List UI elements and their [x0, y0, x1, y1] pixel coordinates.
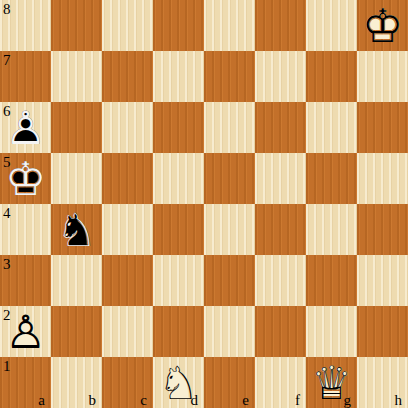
square-g6[interactable]: [306, 102, 357, 153]
square-h4[interactable]: [357, 204, 408, 255]
square-c7[interactable]: [102, 51, 153, 102]
square-h1[interactable]: h: [357, 357, 408, 408]
rank-label-7: 7: [3, 52, 11, 69]
square-d2[interactable]: [153, 306, 204, 357]
piece-white-knight[interactable]: ♞♘: [153, 357, 204, 408]
white-queen-outline-glyph: ♕: [306, 357, 357, 408]
square-d6[interactable]: [153, 102, 204, 153]
square-d5[interactable]: [153, 153, 204, 204]
black-knight-solid-glyph: ♞: [51, 204, 102, 255]
square-d3[interactable]: [153, 255, 204, 306]
square-h7[interactable]: [357, 51, 408, 102]
square-g1[interactable]: ♛♕g: [306, 357, 357, 408]
white-pawn-outline-glyph: ♙: [0, 306, 51, 357]
square-e4[interactable]: [204, 204, 255, 255]
black-knight-outline-glyph: ♘: [51, 204, 102, 255]
square-h6[interactable]: [357, 102, 408, 153]
file-label-b: b: [89, 392, 97, 408]
square-f4[interactable]: [255, 204, 306, 255]
square-b5[interactable]: [51, 153, 102, 204]
square-h8[interactable]: ♚♔: [357, 0, 408, 51]
square-a5[interactable]: ♚♔5: [0, 153, 51, 204]
white-knight-solid-glyph: ♞: [153, 357, 204, 408]
white-knight-outline-glyph: ♘: [153, 357, 204, 408]
rank-label-1: 1: [3, 358, 11, 375]
chess-board: 8♚♔7♟♙6♚♔54♞♘3♟♙21abc♞♘def♛♕gh: [0, 0, 408, 408]
square-d8[interactable]: [153, 0, 204, 51]
square-a4[interactable]: 4: [0, 204, 51, 255]
square-g5[interactable]: [306, 153, 357, 204]
square-g4[interactable]: [306, 204, 357, 255]
file-label-a: a: [38, 392, 45, 408]
rank-label-4: 4: [3, 205, 11, 222]
white-king-solid-glyph: ♚: [357, 0, 408, 51]
square-e2[interactable]: [204, 306, 255, 357]
square-b1[interactable]: b: [51, 357, 102, 408]
square-f6[interactable]: [255, 102, 306, 153]
black-pawn-outline-glyph: ♙: [0, 102, 51, 153]
square-f5[interactable]: [255, 153, 306, 204]
square-e5[interactable]: [204, 153, 255, 204]
piece-black-knight[interactable]: ♞♘: [51, 204, 102, 255]
square-h2[interactable]: [357, 306, 408, 357]
rank-label-3: 3: [3, 256, 11, 273]
square-f2[interactable]: [255, 306, 306, 357]
square-f8[interactable]: [255, 0, 306, 51]
white-king-outline-glyph: ♔: [357, 0, 408, 51]
rank-label-8: 8: [3, 1, 11, 18]
square-e7[interactable]: [204, 51, 255, 102]
square-h3[interactable]: [357, 255, 408, 306]
piece-black-pawn[interactable]: ♟♙: [0, 102, 51, 153]
square-g7[interactable]: [306, 51, 357, 102]
square-b8[interactable]: [51, 0, 102, 51]
square-g2[interactable]: [306, 306, 357, 357]
square-b2[interactable]: [51, 306, 102, 357]
square-c6[interactable]: [102, 102, 153, 153]
black-king-solid-glyph: ♚: [0, 153, 51, 204]
square-a8[interactable]: 8: [0, 0, 51, 51]
square-g8[interactable]: [306, 0, 357, 51]
file-label-c: c: [140, 392, 147, 408]
piece-white-king[interactable]: ♚♔: [357, 0, 408, 51]
square-e3[interactable]: [204, 255, 255, 306]
square-c1[interactable]: c: [102, 357, 153, 408]
square-f7[interactable]: [255, 51, 306, 102]
square-h5[interactable]: [357, 153, 408, 204]
square-d1[interactable]: ♞♘d: [153, 357, 204, 408]
square-b6[interactable]: [51, 102, 102, 153]
square-c5[interactable]: [102, 153, 153, 204]
square-a1[interactable]: 1a: [0, 357, 51, 408]
piece-black-king[interactable]: ♚♔: [0, 153, 51, 204]
black-pawn-solid-glyph: ♟: [0, 102, 51, 153]
square-c3[interactable]: [102, 255, 153, 306]
square-d7[interactable]: [153, 51, 204, 102]
file-label-f: f: [295, 392, 300, 408]
square-c4[interactable]: [102, 204, 153, 255]
square-d4[interactable]: [153, 204, 204, 255]
square-a2[interactable]: ♟♙2: [0, 306, 51, 357]
square-f3[interactable]: [255, 255, 306, 306]
square-a7[interactable]: 7: [0, 51, 51, 102]
white-pawn-solid-glyph: ♟: [0, 306, 51, 357]
square-b3[interactable]: [51, 255, 102, 306]
square-c2[interactable]: [102, 306, 153, 357]
piece-white-pawn[interactable]: ♟♙: [0, 306, 51, 357]
square-a6[interactable]: ♟♙6: [0, 102, 51, 153]
white-queen-solid-glyph: ♛: [306, 357, 357, 408]
square-b4[interactable]: ♞♘: [51, 204, 102, 255]
black-king-outline-glyph: ♔: [0, 153, 51, 204]
square-a3[interactable]: 3: [0, 255, 51, 306]
square-b7[interactable]: [51, 51, 102, 102]
square-e1[interactable]: e: [204, 357, 255, 408]
square-g3[interactable]: [306, 255, 357, 306]
square-e8[interactable]: [204, 0, 255, 51]
square-e6[interactable]: [204, 102, 255, 153]
square-c8[interactable]: [102, 0, 153, 51]
square-f1[interactable]: f: [255, 357, 306, 408]
piece-white-queen[interactable]: ♛♕: [306, 357, 357, 408]
file-label-e: e: [242, 392, 249, 408]
file-label-h: h: [395, 392, 403, 408]
